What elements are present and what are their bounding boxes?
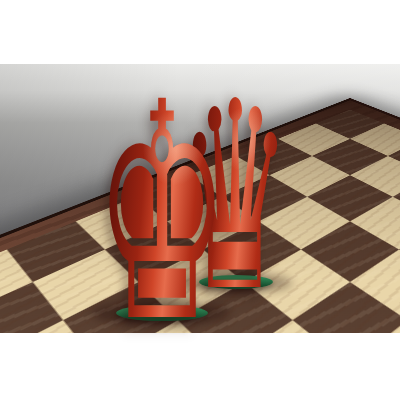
product-photo: ♛ ♚ (0, 0, 400, 400)
king-piece: ♚ (87, 64, 237, 364)
